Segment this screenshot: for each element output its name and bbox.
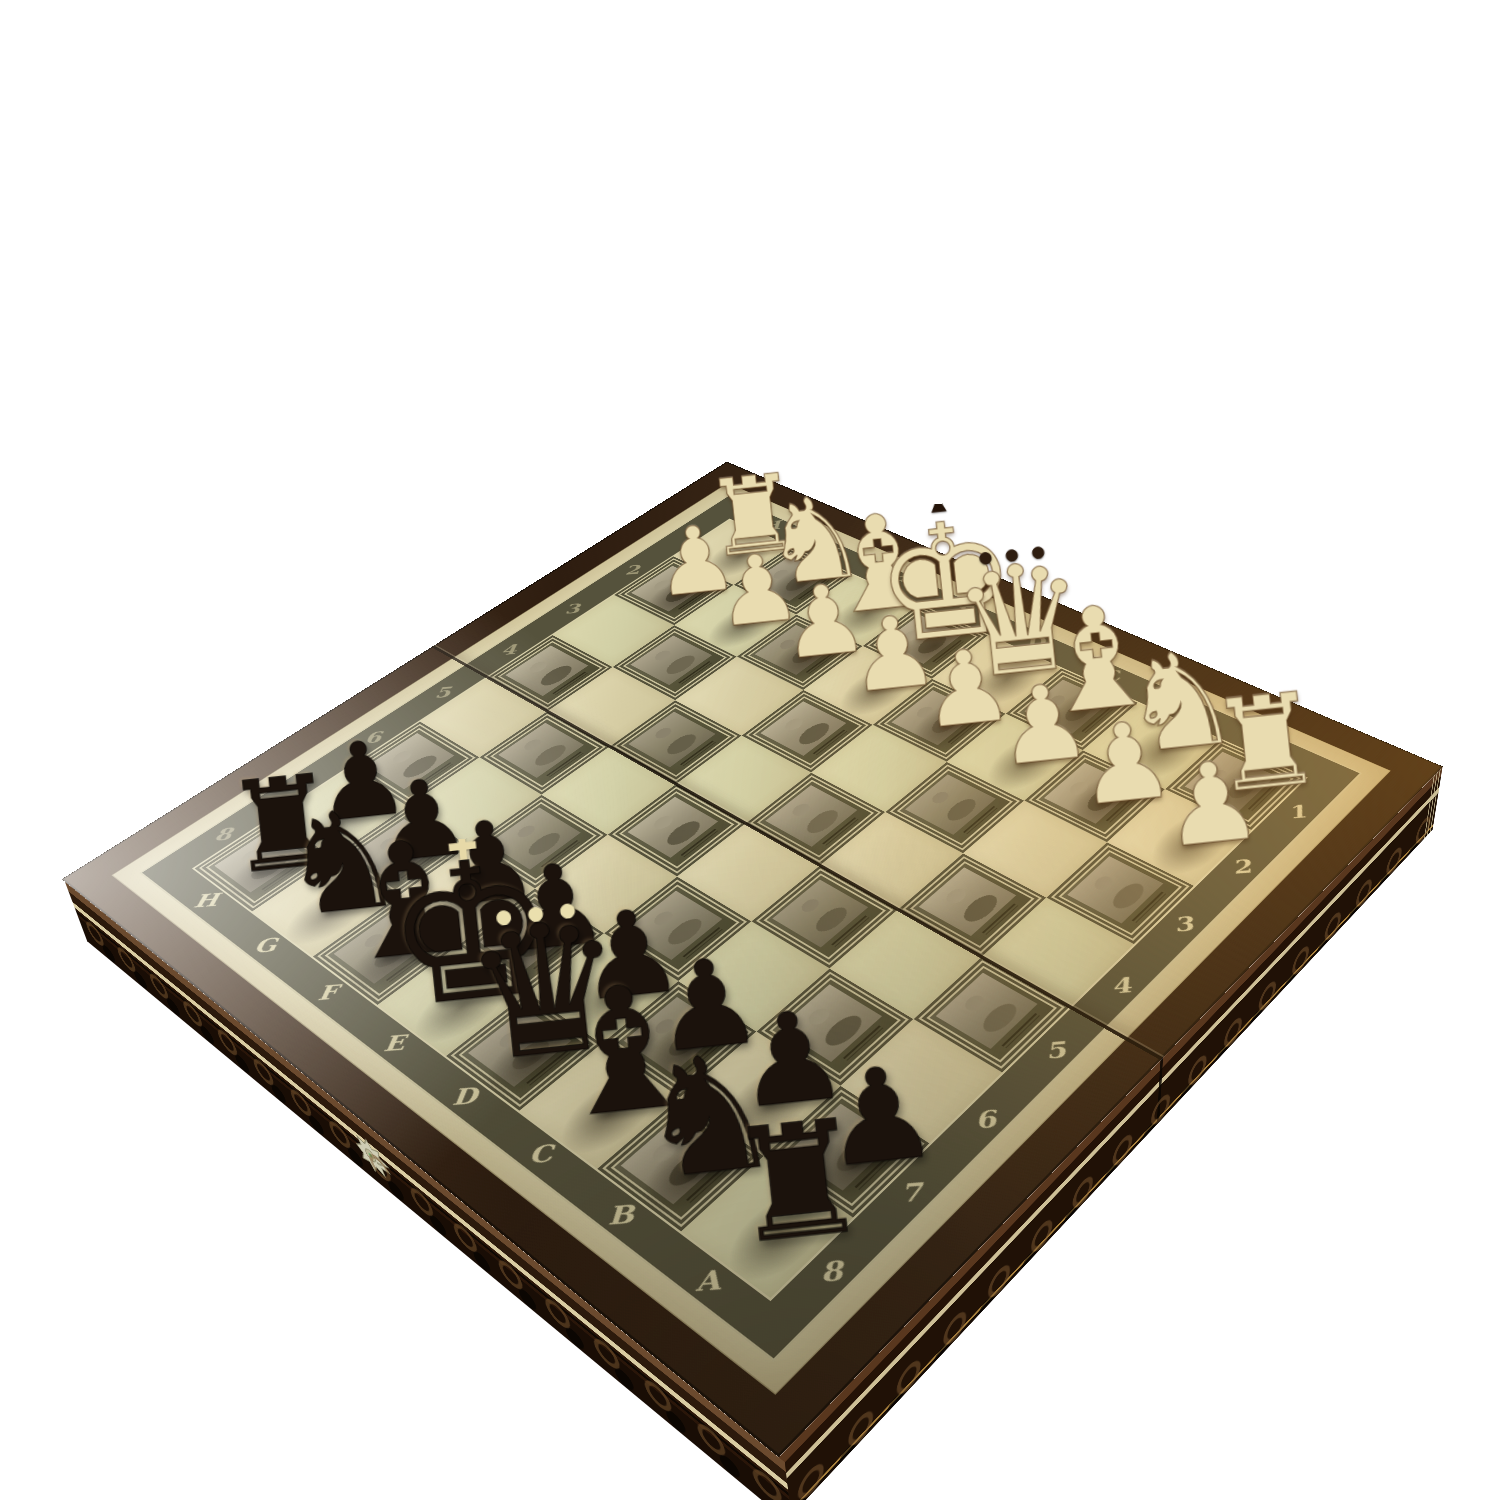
board-top-face: HGFEDCBA 87654321 87654321 HGFEDCBA ♜♞♝♛… [62, 462, 1443, 1458]
chess-squares-grid: ♜♞♝♛● ● ●♚✚♝♞♜♟♟♟♟♟♟♟♟♟♟♟♟♟♟♟♟♜♞♝♛● ● ●♚… [195, 520, 1305, 1298]
perspective-scene: HGFEDCBA 87654321 87654321 HGFEDCBA ♜♞♝♛… [207, 285, 1284, 1362]
chess-master-portrait [904, 774, 995, 835]
product-photo-chess-set: HGFEDCBA 87654321 87654321 HGFEDCBA ♜♞♝♛… [0, 0, 1500, 1500]
chess-master-portrait [772, 879, 869, 947]
chess-master-portrait [1067, 856, 1164, 924]
camera-tilt-wrapper: HGFEDCBA 87654321 87654321 HGFEDCBA ♜♞♝♛… [0, 0, 1500, 1500]
piece-black-rook: ♜ [721, 1097, 876, 1267]
chess-master-portrait [628, 712, 714, 767]
chess-board-box: HGFEDCBA 87654321 87654321 HGFEDCBA ♜♞♝♛… [62, 462, 1443, 1458]
piece-white-pawn: ♟ [1157, 744, 1268, 865]
white-queen-finial: ● ● ● [946, 539, 1080, 569]
wall-fold-seam [1157, 1057, 1163, 1125]
black-queen-finial: ● ● ● [457, 895, 619, 931]
